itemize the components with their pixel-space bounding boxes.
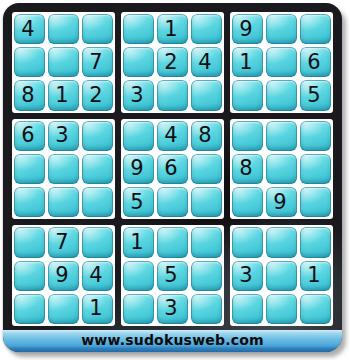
cell-r8c8[interactable] <box>266 261 297 291</box>
cell-r9c3[interactable]: 1 <box>82 294 113 324</box>
website-label: www.sudokusweb.com <box>81 332 264 348</box>
cell-r8c2[interactable]: 9 <box>48 261 79 291</box>
cell-r7c1[interactable] <box>14 227 45 257</box>
cell-r1c3[interactable] <box>82 14 113 44</box>
box-r3c1: 7941 <box>12 225 115 326</box>
cell-r5c5[interactable]: 6 <box>157 154 188 184</box>
cell-r9c2[interactable] <box>48 294 79 324</box>
cell-r5c7[interactable]: 8 <box>232 154 263 184</box>
box-r1c2: 1243 <box>121 12 224 113</box>
cell-r6c6[interactable] <box>191 187 222 217</box>
cell-r2c2[interactable] <box>48 47 79 77</box>
cell-r5c8[interactable] <box>266 154 297 184</box>
cell-r1c4[interactable] <box>123 14 154 44</box>
cell-r7c2[interactable]: 7 <box>48 227 79 257</box>
box-r3c3: 31 <box>230 225 333 326</box>
cell-r7c6[interactable] <box>191 227 222 257</box>
cell-r4c6[interactable]: 8 <box>191 121 222 151</box>
cell-r1c7[interactable]: 9 <box>232 14 263 44</box>
cell-r9c9[interactable] <box>300 294 331 324</box>
cell-r9c4[interactable] <box>123 294 154 324</box>
cell-r6c1[interactable] <box>14 187 45 217</box>
box-r2c3: 89 <box>230 119 333 220</box>
cell-r3c3[interactable]: 2 <box>82 80 113 110</box>
cell-r5c6[interactable] <box>191 154 222 184</box>
cell-r7c7[interactable] <box>232 227 263 257</box>
box-r3c2: 153 <box>121 225 224 326</box>
cell-r8c9[interactable]: 1 <box>300 261 331 291</box>
cell-r5c3[interactable] <box>82 154 113 184</box>
footer-band: www.sudokusweb.com <box>3 330 342 352</box>
cell-r9c8[interactable] <box>266 294 297 324</box>
cell-r1c5[interactable]: 1 <box>157 14 188 44</box>
cell-r5c9[interactable] <box>300 154 331 184</box>
cell-r7c4[interactable]: 1 <box>123 227 154 257</box>
cell-r8c7[interactable]: 3 <box>232 261 263 291</box>
cell-r8c4[interactable] <box>123 261 154 291</box>
cell-r7c3[interactable] <box>82 227 113 257</box>
cell-r4c9[interactable] <box>300 121 331 151</box>
cell-r5c1[interactable] <box>14 154 45 184</box>
cell-r1c9[interactable] <box>300 14 331 44</box>
box-r1c1: 47812 <box>12 12 115 113</box>
cell-r7c5[interactable] <box>157 227 188 257</box>
cell-r2c8[interactable] <box>266 47 297 77</box>
cell-r9c1[interactable] <box>14 294 45 324</box>
box-r2c1: 63 <box>12 119 115 220</box>
cell-r3c5[interactable] <box>157 80 188 110</box>
cell-r7c9[interactable] <box>300 227 331 257</box>
cell-r4c3[interactable] <box>82 121 113 151</box>
cell-r4c8[interactable] <box>266 121 297 151</box>
cell-r3c4[interactable]: 3 <box>123 80 154 110</box>
box-r2c2: 48965 <box>121 119 224 220</box>
cell-r8c3[interactable]: 4 <box>82 261 113 291</box>
cell-r1c6[interactable] <box>191 14 222 44</box>
cell-r8c6[interactable] <box>191 261 222 291</box>
cell-r9c5[interactable]: 3 <box>157 294 188 324</box>
cell-r2c7[interactable]: 1 <box>232 47 263 77</box>
cell-r6c3[interactable] <box>82 187 113 217</box>
cell-r6c9[interactable] <box>300 187 331 217</box>
board-frame: 4781212439165634896589794115331 www.sudo… <box>3 3 342 352</box>
cell-r8c1[interactable] <box>14 261 45 291</box>
cell-r2c6[interactable]: 4 <box>191 47 222 77</box>
cell-r4c7[interactable] <box>232 121 263 151</box>
cell-r4c5[interactable]: 4 <box>157 121 188 151</box>
cell-r3c1[interactable]: 8 <box>14 80 45 110</box>
cell-r1c8[interactable] <box>266 14 297 44</box>
sudoku-board: 4781212439165634896589794115331 <box>12 12 333 326</box>
cell-r8c5[interactable]: 5 <box>157 261 188 291</box>
cell-r6c7[interactable] <box>232 187 263 217</box>
box-r1c3: 9165 <box>230 12 333 113</box>
cell-r2c5[interactable]: 2 <box>157 47 188 77</box>
cell-r7c8[interactable] <box>266 227 297 257</box>
cell-r9c6[interactable] <box>191 294 222 324</box>
cell-r2c3[interactable]: 7 <box>82 47 113 77</box>
cell-r6c5[interactable] <box>157 187 188 217</box>
cell-r3c2[interactable]: 1 <box>48 80 79 110</box>
cell-r3c8[interactable] <box>266 80 297 110</box>
cell-r3c7[interactable] <box>232 80 263 110</box>
cell-r3c6[interactable] <box>191 80 222 110</box>
cell-r4c4[interactable] <box>123 121 154 151</box>
cell-r6c8[interactable]: 9 <box>266 187 297 217</box>
cell-r4c2[interactable]: 3 <box>48 121 79 151</box>
cell-r6c4[interactable]: 5 <box>123 187 154 217</box>
sudoku-widget: 4781212439165634896589794115331 www.sudo… <box>0 0 350 360</box>
cell-r6c2[interactable] <box>48 187 79 217</box>
cell-r9c7[interactable] <box>232 294 263 324</box>
cell-r1c2[interactable] <box>48 14 79 44</box>
cell-r1c1[interactable]: 4 <box>14 14 45 44</box>
cell-r5c2[interactable] <box>48 154 79 184</box>
cell-r2c9[interactable]: 6 <box>300 47 331 77</box>
cell-r5c4[interactable]: 9 <box>123 154 154 184</box>
cell-r2c4[interactable] <box>123 47 154 77</box>
cell-r2c1[interactable] <box>14 47 45 77</box>
cell-r4c1[interactable]: 6 <box>14 121 45 151</box>
cell-r3c9[interactable]: 5 <box>300 80 331 110</box>
